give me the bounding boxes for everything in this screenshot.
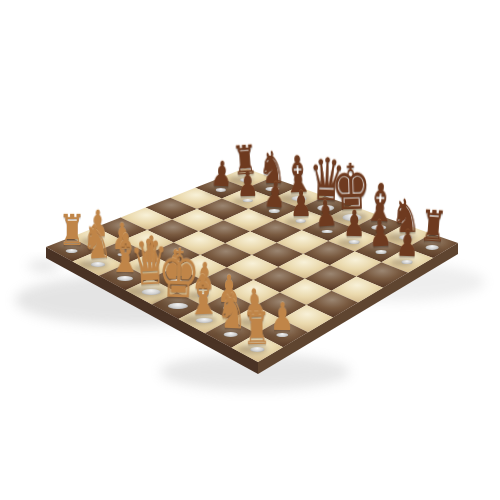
black-rook-glyph: ♜ bbox=[419, 205, 449, 249]
black-pawn-glyph: ♟ bbox=[236, 166, 258, 201]
black-pawn-glyph: ♟ bbox=[314, 196, 339, 233]
white-pawn-glyph: ♟ bbox=[270, 298, 295, 337]
white-rook-glyph: ♜ bbox=[242, 305, 271, 350]
black-pawn-glyph: ♟ bbox=[290, 186, 312, 221]
black-pawn-glyph: ♟ bbox=[367, 216, 392, 254]
black-pawn-glyph: ♟ bbox=[343, 206, 366, 242]
chess-set-photo: ♜♞♟♝♟♛♟♚♟♝♟♞♟♟♜♜♟♟♟♞♟♝♟♛♟♚♟♝♟♟♞♜ bbox=[0, 0, 500, 500]
black-pawn-glyph: ♟ bbox=[210, 156, 233, 192]
black-pawn-glyph: ♟ bbox=[396, 226, 420, 263]
black-pawn-glyph: ♟ bbox=[263, 176, 287, 213]
